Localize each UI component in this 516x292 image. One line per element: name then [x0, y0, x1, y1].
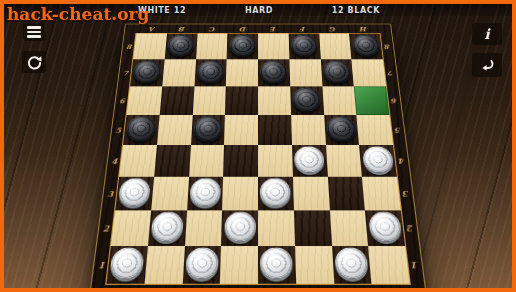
coord-label-e: E: [270, 25, 276, 32]
square-f1[interactable]: [295, 246, 334, 284]
square-f3[interactable]: [293, 177, 330, 211]
square-f6[interactable]: [290, 86, 324, 115]
white-checker-c3[interactable]: [189, 178, 220, 206]
square-b4[interactable]: [154, 145, 191, 177]
white-checker-a3[interactable]: [118, 178, 151, 206]
square-e2[interactable]: [258, 210, 295, 246]
black-checker-g5[interactable]: [326, 116, 356, 141]
square-b3[interactable]: [151, 177, 189, 211]
coord-label-3: 3: [402, 189, 409, 199]
white-checker-e3[interactable]: [260, 178, 291, 206]
square-b2[interactable]: [148, 210, 187, 246]
square-a2[interactable]: [111, 210, 151, 246]
square-g1[interactable]: [332, 246, 372, 284]
white-checker-c1[interactable]: [185, 248, 218, 279]
square-e1[interactable]: [258, 246, 296, 284]
square-a1[interactable]: [106, 246, 147, 284]
square-g8[interactable]: [319, 34, 352, 60]
square-h4[interactable]: [359, 145, 397, 177]
black-checker-f8[interactable]: [291, 35, 318, 56]
hamburger-icon: [27, 31, 41, 34]
highlight-square-h6[interactable]: [354, 86, 389, 115]
square-a3[interactable]: [115, 177, 154, 211]
square-d2[interactable]: [221, 210, 258, 246]
square-g2[interactable]: [329, 210, 368, 246]
white-checker-h4[interactable]: [362, 146, 394, 172]
black-checker-c7[interactable]: [196, 60, 224, 82]
coord-label-c: C: [209, 25, 215, 32]
coord-label-c: C: [197, 285, 205, 292]
coord-label-d: D: [240, 25, 246, 32]
coord-label-3: 3: [107, 189, 114, 199]
square-d7[interactable]: [226, 59, 258, 86]
square-c3[interactable]: [187, 177, 224, 211]
square-d3[interactable]: [222, 177, 258, 211]
square-a6[interactable]: [127, 86, 162, 115]
coord-label-h: H: [360, 25, 368, 32]
square-f2[interactable]: [294, 210, 332, 246]
square-e4[interactable]: [258, 145, 293, 177]
coord-label-5: 5: [115, 125, 122, 134]
square-g6[interactable]: [322, 86, 357, 115]
coord-label-4: 4: [398, 156, 405, 165]
square-e8[interactable]: [258, 34, 289, 60]
square-b1[interactable]: [144, 246, 184, 284]
black-checker-a5[interactable]: [126, 116, 157, 141]
undo-button[interactable]: [472, 53, 502, 77]
square-a4[interactable]: [119, 145, 157, 177]
watermark-text: hack-cheat.org: [7, 4, 149, 24]
square-h2[interactable]: [365, 210, 405, 246]
black-checker-h8[interactable]: [351, 35, 380, 56]
square-h8[interactable]: [349, 34, 382, 60]
white-checker-e1[interactable]: [261, 248, 294, 279]
square-e6[interactable]: [258, 86, 291, 115]
bottom-file-labels: ABCDEFGH: [105, 284, 412, 292]
square-f4[interactable]: [292, 145, 328, 177]
coord-label-6: 6: [119, 96, 125, 104]
square-c8[interactable]: [196, 34, 228, 60]
square-c2[interactable]: [184, 210, 222, 246]
hamburger-icon: [27, 35, 41, 38]
coord-label-f: F: [300, 25, 305, 32]
square-f8[interactable]: [288, 34, 320, 60]
square-b8[interactable]: [164, 34, 197, 60]
square-b6[interactable]: [159, 86, 194, 115]
square-c6[interactable]: [192, 86, 226, 115]
square-d1[interactable]: [220, 246, 258, 284]
coord-label-b: B: [179, 25, 186, 32]
square-a7[interactable]: [130, 59, 164, 86]
square-d6[interactable]: [225, 86, 258, 115]
coord-label-e: E: [273, 285, 280, 292]
square-f5[interactable]: [291, 115, 326, 145]
black-checker-b8[interactable]: [167, 35, 195, 56]
white-checker-d2[interactable]: [224, 212, 256, 241]
white-checker-a1[interactable]: [110, 248, 145, 279]
white-checker-f4[interactable]: [294, 146, 325, 172]
coord-label-f: F: [311, 285, 318, 292]
black-checker-f6[interactable]: [292, 88, 321, 112]
coord-label-d: D: [235, 285, 243, 292]
square-e5[interactable]: [258, 115, 292, 145]
coord-label-g: G: [348, 285, 357, 292]
restart-button[interactable]: [22, 51, 46, 73]
square-h3[interactable]: [362, 177, 401, 211]
black-checker-c5[interactable]: [193, 116, 223, 141]
square-f7[interactable]: [289, 59, 322, 86]
restart-icon: [26, 54, 43, 71]
info-button[interactable]: i: [472, 23, 502, 45]
coord-label-8: 8: [384, 43, 390, 50]
checkers-app-screen: WHITE 12 HARD 12 BLACK hack-cheat.org i …: [0, 0, 516, 292]
coord-label-8: 8: [126, 43, 132, 50]
coord-label-1: 1: [98, 259, 106, 270]
square-e3[interactable]: [258, 177, 294, 211]
square-g7[interactable]: [320, 59, 354, 86]
undo-icon: [479, 57, 496, 74]
square-g5[interactable]: [324, 115, 360, 145]
coord-label-7: 7: [122, 69, 128, 77]
checkers-board: ABCDEFGH ABCDEFGH 87654321 87654321: [89, 24, 428, 292]
square-d5[interactable]: [224, 115, 258, 145]
coord-label-b: B: [158, 285, 166, 292]
coord-label-1: 1: [411, 259, 419, 270]
info-icon: i: [484, 27, 489, 41]
black-checker-g7[interactable]: [323, 60, 352, 82]
coord-label-a: A: [120, 285, 128, 292]
white-checker-h2[interactable]: [368, 212, 402, 241]
coord-label-6: 6: [391, 96, 397, 104]
coord-label-7: 7: [387, 69, 393, 77]
top-file-labels: ABCDEFGH: [136, 24, 379, 33]
square-d8[interactable]: [227, 34, 258, 60]
black-checker-e7[interactable]: [260, 60, 287, 82]
white-checker-g1[interactable]: [334, 248, 368, 279]
square-b7[interactable]: [162, 59, 196, 86]
coord-label-g: G: [329, 25, 336, 32]
square-b5[interactable]: [157, 115, 193, 145]
coord-label-h: H: [386, 285, 396, 292]
coord-label-2: 2: [102, 223, 109, 233]
coord-label-2: 2: [406, 223, 413, 233]
hamburger-icon: [27, 26, 41, 29]
menu-button[interactable]: [23, 23, 45, 41]
square-d4[interactable]: [223, 145, 258, 177]
white-checker-b2[interactable]: [151, 212, 184, 241]
square-c7[interactable]: [194, 59, 227, 86]
square-c5[interactable]: [191, 115, 226, 145]
square-h7[interactable]: [352, 59, 386, 86]
coord-label-a: A: [149, 25, 155, 32]
square-h1[interactable]: [368, 246, 409, 284]
square-g4[interactable]: [326, 145, 363, 177]
square-c4[interactable]: [189, 145, 225, 177]
status-labels: WHITE 12 HARD 12 BLACK: [128, 4, 390, 16]
square-c1[interactable]: [182, 246, 221, 284]
coord-label-5: 5: [394, 125, 401, 134]
coord-label-4: 4: [111, 156, 118, 165]
black-count-label: 12 BLACK: [332, 6, 380, 15]
square-h5[interactable]: [357, 115, 393, 145]
black-checker-a7[interactable]: [133, 60, 162, 82]
square-g3[interactable]: [327, 177, 365, 211]
square-a8[interactable]: [133, 34, 166, 60]
square-e7[interactable]: [258, 59, 290, 86]
black-checker-d8[interactable]: [229, 35, 256, 56]
square-a5[interactable]: [123, 115, 159, 145]
difficulty-label: HARD: [245, 6, 273, 15]
playfield: [106, 34, 409, 284]
